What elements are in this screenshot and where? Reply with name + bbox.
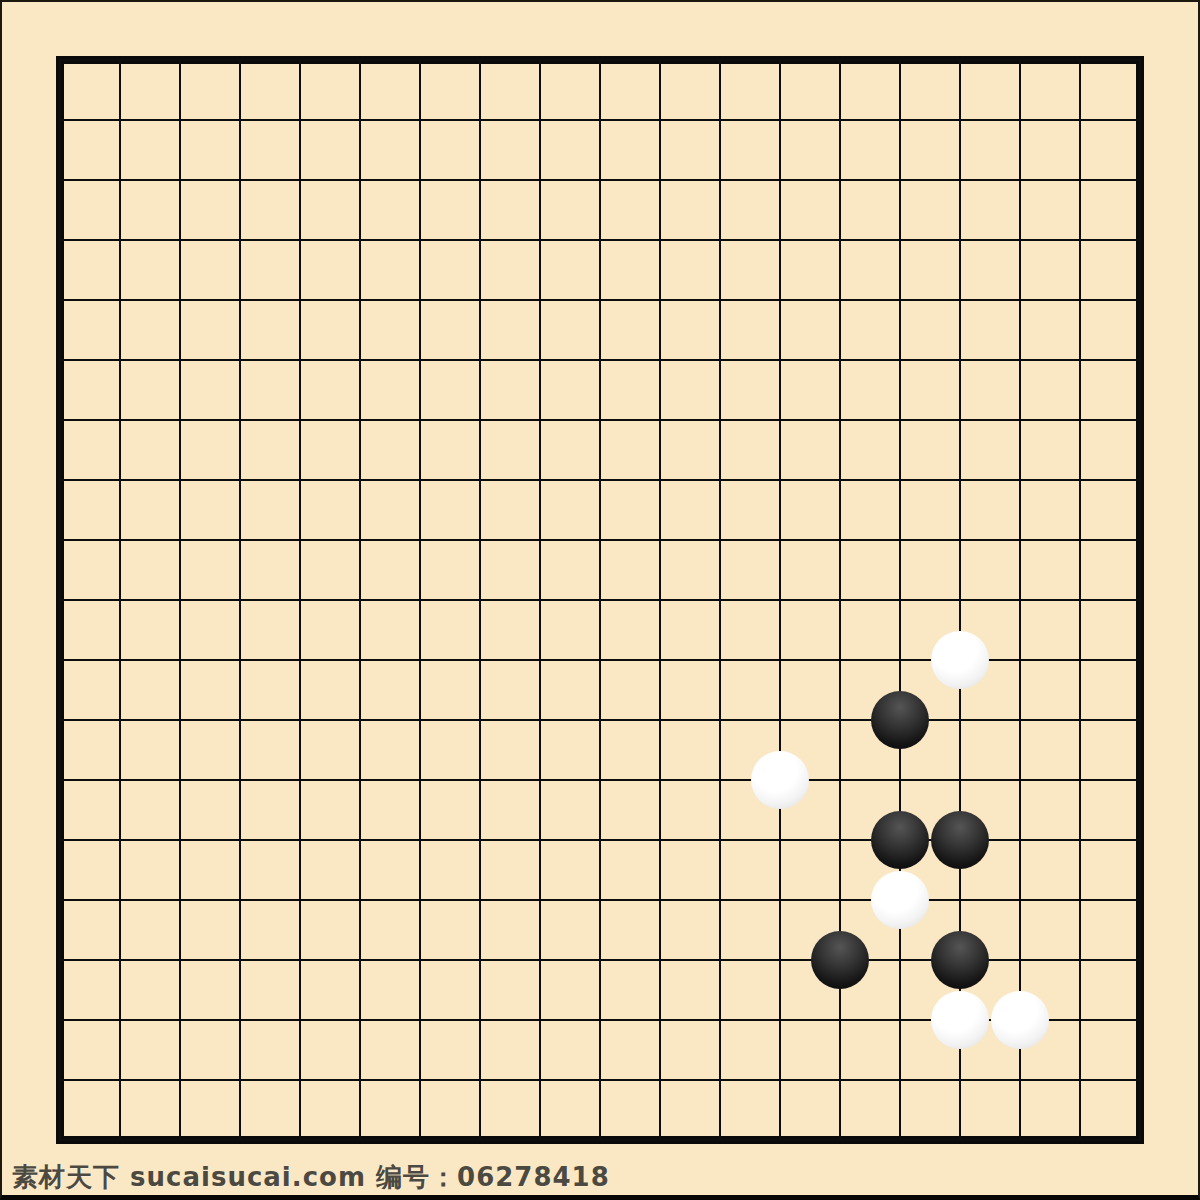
black-stone[interactable]	[811, 931, 869, 989]
watermark-text: 素材天下 sucaisucai.com 编号：06278418	[12, 1160, 610, 1195]
go-board-diagram: 素材天下 sucaisucai.com 编号：06278418	[0, 0, 1200, 1200]
black-stone[interactable]	[871, 811, 929, 869]
black-stone[interactable]	[871, 691, 929, 749]
black-stone[interactable]	[931, 931, 989, 989]
white-stone[interactable]	[991, 991, 1049, 1049]
white-stone[interactable]	[931, 991, 989, 1049]
white-stone[interactable]	[871, 871, 929, 929]
black-stone[interactable]	[931, 811, 989, 869]
go-board[interactable]	[30, 30, 1170, 1170]
white-stone[interactable]	[751, 751, 809, 809]
white-stone[interactable]	[931, 631, 989, 689]
